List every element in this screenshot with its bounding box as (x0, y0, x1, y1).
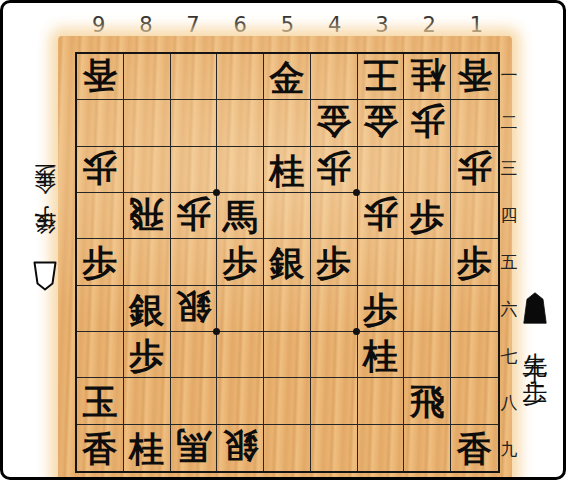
square-77[interactable] (171, 332, 218, 378)
sente-piece-銀: 銀 (269, 245, 304, 280)
board-grid: 香金王桂香金金歩歩桂歩歩飛歩馬歩歩歩歩銀歩歩銀銀歩歩桂玉飛香桂馬銀香 (75, 52, 500, 473)
gote-hand-panel: 後手 金歩三 (26, 51, 64, 291)
file-label-5: 5 (264, 13, 311, 37)
gote-piece-歩: 歩 (176, 197, 211, 232)
square-48[interactable] (311, 378, 358, 424)
gote-piece-香: 香 (82, 58, 117, 93)
square-79[interactable]: 馬 (171, 425, 218, 471)
square-98[interactable]: 玉 (77, 378, 124, 424)
sente-player-label: 先手 (523, 332, 548, 346)
gote-piece-金: 金 (316, 104, 351, 139)
square-54[interactable] (264, 193, 311, 239)
gote-piece-歩: 歩 (410, 104, 445, 139)
sente-piece-歩: 歩 (316, 245, 351, 280)
square-97[interactable] (77, 332, 124, 378)
square-67[interactable] (217, 332, 264, 378)
file-label-2: 2 (406, 13, 453, 37)
square-57[interactable] (264, 332, 311, 378)
square-93[interactable]: 歩 (77, 147, 124, 193)
sente-piece-pentagon-icon (521, 292, 549, 324)
square-81[interactable] (124, 54, 171, 100)
square-32[interactable]: 金 (358, 100, 405, 146)
file-label-8: 8 (122, 13, 169, 37)
sente-piece-桂: 桂 (269, 153, 304, 188)
square-86[interactable]: 銀 (124, 286, 171, 332)
square-69[interactable]: 銀 (217, 425, 264, 471)
rank-label-1: 一 (496, 52, 522, 99)
rank-label-3: 三 (496, 146, 522, 193)
sente-piece-歩: 歩 (223, 245, 258, 280)
square-83[interactable] (124, 147, 171, 193)
square-39[interactable] (358, 425, 405, 471)
square-42[interactable]: 金 (311, 100, 358, 146)
square-53[interactable]: 桂 (264, 147, 311, 193)
square-13[interactable]: 歩 (451, 147, 498, 193)
file-label-9: 9 (75, 13, 122, 37)
square-27[interactable] (404, 332, 451, 378)
sente-hand-panel: 先手 歩二 (517, 292, 553, 374)
square-37[interactable]: 桂 (358, 332, 405, 378)
sente-piece-銀: 銀 (129, 292, 164, 327)
square-87[interactable]: 歩 (124, 332, 171, 378)
sente-piece-歩: 歩 (457, 245, 492, 280)
sente-hand-pieces: 歩二 (523, 360, 548, 374)
square-52[interactable] (264, 100, 311, 146)
sente-piece-桂: 桂 (363, 338, 398, 373)
square-84[interactable]: 飛 (124, 193, 171, 239)
square-59[interactable] (264, 425, 311, 471)
sente-piece-歩: 歩 (410, 199, 445, 234)
square-82[interactable] (124, 100, 171, 146)
square-22[interactable]: 歩 (404, 100, 451, 146)
square-78[interactable] (171, 378, 218, 424)
square-23[interactable] (404, 147, 451, 193)
sente-piece-香: 香 (82, 431, 117, 466)
hoshi-dot (353, 328, 360, 335)
square-12[interactable] (451, 100, 498, 146)
square-68[interactable] (217, 378, 264, 424)
hoshi-dot (213, 328, 220, 335)
sente-piece-香: 香 (457, 431, 492, 466)
sente-piece-歩: 歩 (363, 292, 398, 327)
square-85[interactable] (124, 239, 171, 285)
square-46[interactable] (311, 286, 358, 332)
square-36[interactable]: 歩 (358, 286, 405, 332)
square-71[interactable] (171, 54, 218, 100)
gote-piece-金: 金 (363, 104, 398, 139)
gote-player-label: 後手 (34, 239, 56, 253)
square-19[interactable]: 香 (451, 425, 498, 471)
gote-piece-歩: 歩 (82, 151, 117, 186)
square-29[interactable] (404, 425, 451, 471)
file-label-3: 3 (358, 13, 405, 37)
square-33[interactable] (358, 147, 405, 193)
rank-label-9: 九 (496, 426, 522, 473)
gote-piece-pentagon-icon (32, 261, 58, 291)
gote-piece-桂: 桂 (410, 58, 445, 93)
square-74[interactable]: 歩 (171, 193, 218, 239)
square-45[interactable]: 歩 (311, 239, 358, 285)
rank-label-2: 二 (496, 99, 522, 146)
gote-piece-馬: 馬 (176, 429, 211, 464)
square-99[interactable]: 香 (77, 425, 124, 471)
gote-piece-飛: 飛 (129, 197, 164, 232)
square-91[interactable]: 香 (77, 54, 124, 100)
gote-piece-歩: 歩 (316, 151, 351, 186)
square-21[interactable]: 桂 (404, 54, 451, 100)
hoshi-dot (353, 189, 360, 196)
sente-piece-飛: 飛 (410, 384, 445, 419)
square-34[interactable]: 歩 (358, 193, 405, 239)
file-label-6: 6 (217, 13, 264, 37)
gote-piece-銀: 銀 (223, 429, 258, 464)
rank-label-4: 四 (496, 192, 522, 239)
sente-piece-金: 金 (269, 60, 304, 95)
gote-piece-香: 香 (457, 58, 492, 93)
square-95[interactable]: 歩 (77, 239, 124, 285)
square-64[interactable]: 馬 (217, 193, 264, 239)
gote-hand-pieces: 金歩三 (34, 192, 56, 213)
square-15[interactable]: 歩 (451, 239, 498, 285)
square-58[interactable] (264, 378, 311, 424)
square-73[interactable] (171, 147, 218, 193)
square-41[interactable] (311, 54, 358, 100)
square-14[interactable] (451, 193, 498, 239)
file-label-1: 1 (453, 13, 500, 37)
square-92[interactable] (77, 100, 124, 146)
square-35[interactable] (358, 239, 405, 285)
square-72[interactable] (171, 100, 218, 146)
square-96[interactable] (77, 286, 124, 332)
file-label-4: 4 (311, 13, 358, 37)
hoshi-dot (213, 189, 220, 196)
square-62[interactable] (217, 100, 264, 146)
gote-piece-銀: 銀 (176, 290, 211, 325)
square-88[interactable] (124, 378, 171, 424)
square-75[interactable] (171, 239, 218, 285)
rank-labels: 一二三四五六七八九 (496, 52, 522, 473)
square-24[interactable]: 歩 (404, 193, 451, 239)
sente-piece-桂: 桂 (129, 431, 164, 466)
square-18[interactable] (451, 378, 498, 424)
square-43[interactable]: 歩 (311, 147, 358, 193)
square-56[interactable] (264, 286, 311, 332)
gote-piece-歩: 歩 (457, 151, 492, 186)
square-76[interactable]: 銀 (171, 286, 218, 332)
square-63[interactable] (217, 147, 264, 193)
square-55[interactable]: 銀 (264, 239, 311, 285)
rank-label-8: 八 (496, 379, 522, 426)
gote-piece-歩: 歩 (363, 197, 398, 232)
square-31[interactable]: 王 (358, 54, 405, 100)
file-label-7: 7 (169, 13, 216, 37)
square-47[interactable] (311, 332, 358, 378)
gote-piece-王: 王 (363, 58, 398, 93)
shogi-diagram: 987654321 香金王桂香金金歩歩桂歩歩飛歩馬歩歩歩歩銀歩歩銀銀歩歩桂玉飛香… (0, 0, 566, 480)
square-44[interactable] (311, 193, 358, 239)
square-25[interactable] (404, 239, 451, 285)
square-17[interactable] (451, 332, 498, 378)
sente-piece-歩: 歩 (129, 338, 164, 373)
square-26[interactable] (404, 286, 451, 332)
sente-piece-玉: 玉 (82, 384, 117, 419)
square-49[interactable] (311, 425, 358, 471)
square-65[interactable]: 歩 (217, 239, 264, 285)
square-94[interactable] (77, 193, 124, 239)
square-28[interactable]: 飛 (404, 378, 451, 424)
square-16[interactable] (451, 286, 498, 332)
square-51[interactable]: 金 (264, 54, 311, 100)
sente-piece-歩: 歩 (82, 245, 117, 280)
sente-piece-馬: 馬 (223, 199, 258, 234)
square-66[interactable] (217, 286, 264, 332)
square-11[interactable]: 香 (451, 54, 498, 100)
rank-label-5: 五 (496, 239, 522, 286)
square-38[interactable] (358, 378, 405, 424)
square-61[interactable] (217, 54, 264, 100)
square-89[interactable]: 桂 (124, 425, 171, 471)
